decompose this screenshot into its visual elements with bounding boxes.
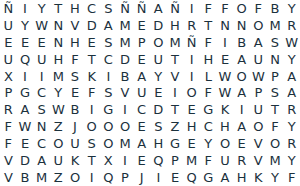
grid-cell-r10c14[interactable]: U — [217, 152, 234, 169]
grid-cell-r2c1[interactable]: U — [0, 17, 17, 34]
grid-cell-r5c10[interactable]: Y — [150, 68, 167, 85]
grid-cell-r10c5[interactable]: K — [67, 152, 84, 169]
grid-cell-r10c18[interactable]: Y — [283, 152, 300, 169]
grid-cell-r4c17[interactable]: N — [267, 51, 284, 68]
grid-cell-r1c6[interactable]: C — [83, 0, 100, 17]
grid-cell-r8c18[interactable]: Y — [283, 118, 300, 135]
grid-cell-r7c3[interactable]: S — [33, 101, 50, 118]
grid-cell-r5c5[interactable]: S — [67, 68, 84, 85]
grid-cell-r3c15[interactable]: B — [233, 34, 250, 51]
grid-cell-r10c4[interactable]: U — [50, 152, 67, 169]
grid-cell-r8c12[interactable]: H — [183, 118, 200, 135]
grid-cell-r1c15[interactable]: O — [233, 0, 250, 17]
grid-cell-r6c7[interactable]: S — [100, 85, 117, 102]
grid-cell-r2c15[interactable]: N — [233, 17, 250, 34]
grid-cell-r5c16[interactable]: W — [250, 68, 267, 85]
grid-cell-r6c3[interactable]: C — [33, 85, 50, 102]
grid-cell-r11c13[interactable]: G — [200, 169, 217, 186]
grid-cell-r4c14[interactable]: E — [217, 51, 234, 68]
grid-cell-r6c17[interactable]: S — [267, 85, 284, 102]
grid-cell-r1c17[interactable]: B — [267, 0, 284, 17]
grid-cell-r4c7[interactable]: C — [100, 51, 117, 68]
grid-cell-r6c13[interactable]: F — [200, 85, 217, 102]
grid-cell-r3c11[interactable]: M — [167, 34, 184, 51]
grid-cell-r11c17[interactable]: Y — [267, 169, 284, 186]
grid-cell-r3c18[interactable]: W — [283, 34, 300, 51]
grid-cell-r7c13[interactable]: G — [200, 101, 217, 118]
grid-cell-r4c12[interactable]: I — [183, 51, 200, 68]
grid-cell-r9c4[interactable]: O — [50, 135, 67, 152]
grid-cell-r7c15[interactable]: I — [233, 101, 250, 118]
grid-cell-r1c5[interactable]: H — [67, 0, 84, 17]
grid-cell-r2c2[interactable]: Y — [17, 17, 34, 34]
grid-cell-r10c11[interactable]: P — [167, 152, 184, 169]
grid-cell-r8c5[interactable]: J — [67, 118, 84, 135]
grid-cell-r2c10[interactable]: D — [150, 17, 167, 34]
grid-cell-r2c3[interactable]: W — [33, 17, 50, 34]
grid-cell-r3c9[interactable]: P — [133, 34, 150, 51]
grid-cell-r9c16[interactable]: V — [250, 135, 267, 152]
grid-cell-r3c17[interactable]: S — [267, 34, 284, 51]
grid-cell-r11c4[interactable]: Z — [50, 169, 67, 186]
grid-cell-r4c4[interactable]: H — [50, 51, 67, 68]
grid-cell-r9c6[interactable]: S — [83, 135, 100, 152]
grid-cell-r3c12[interactable]: Ñ — [183, 34, 200, 51]
grid-cell-r6c4[interactable]: Y — [50, 85, 67, 102]
grid-cell-r9c14[interactable]: O — [217, 135, 234, 152]
grid-cell-r9c5[interactable]: U — [67, 135, 84, 152]
grid-cell-r5c7[interactable]: I — [100, 68, 117, 85]
grid-cell-r8c16[interactable]: O — [250, 118, 267, 135]
word-search-board: ÑIYTHCSÑÑAÑIFFOFBYUYWNVDAMEDHRTNNOMREEEN… — [0, 0, 300, 186]
grid-cell-r11c10[interactable]: I — [150, 169, 167, 186]
grid-cell-r5c17[interactable]: P — [267, 68, 284, 85]
grid-cell-r6c5[interactable]: E — [67, 85, 84, 102]
grid-cell-r11c18[interactable]: F — [283, 169, 300, 186]
grid-cell-r1c14[interactable]: F — [217, 0, 234, 17]
grid-cell-r11c12[interactable]: Q — [183, 169, 200, 186]
grid-cell-r1c11[interactable]: Ñ — [167, 0, 184, 17]
grid-cell-r4c15[interactable]: A — [233, 51, 250, 68]
grid-cell-r8c6[interactable]: O — [83, 118, 100, 135]
grid-cell-r9c7[interactable]: O — [100, 135, 117, 152]
grid-cell-r1c13[interactable]: F — [200, 0, 217, 17]
grid-cell-r10c3[interactable]: A — [33, 152, 50, 169]
grid-cell-r8c13[interactable]: C — [200, 118, 217, 135]
grid-cell-r4c8[interactable]: D — [117, 51, 134, 68]
grid-cell-r3c4[interactable]: N — [50, 34, 67, 51]
grid-cell-r2c18[interactable]: R — [283, 17, 300, 34]
grid-cell-r7c4[interactable]: W — [50, 101, 67, 118]
grid-cell-r4c5[interactable]: F — [67, 51, 84, 68]
grid-cell-r1c12[interactable]: I — [183, 0, 200, 17]
grid-cell-r7c1[interactable]: R — [0, 101, 17, 118]
grid-cell-r9c15[interactable]: E — [233, 135, 250, 152]
grid-cell-r9c10[interactable]: H — [150, 135, 167, 152]
grid-cell-r6c1[interactable]: P — [0, 85, 17, 102]
grid-cell-r9c17[interactable]: O — [267, 135, 284, 152]
grid-cell-r3c14[interactable]: I — [217, 34, 234, 51]
grid-cell-r6c15[interactable]: A — [233, 85, 250, 102]
grid-cell-r7c6[interactable]: I — [83, 101, 100, 118]
grid-cell-r5c6[interactable]: K — [83, 68, 100, 85]
grid-cell-r6c16[interactable]: P — [250, 85, 267, 102]
grid-cell-r9c18[interactable]: R — [283, 135, 300, 152]
grid-cell-r6c2[interactable]: G — [17, 85, 34, 102]
grid-cell-r2c12[interactable]: R — [183, 17, 200, 34]
grid-cell-r9c9[interactable]: A — [133, 135, 150, 152]
grid-cell-r10c16[interactable]: V — [250, 152, 267, 169]
grid-cell-r1c10[interactable]: A — [150, 0, 167, 17]
grid-cell-r7c8[interactable]: I — [117, 101, 134, 118]
grid-cell-r5c11[interactable]: V — [167, 68, 184, 85]
grid-cell-r4c18[interactable]: Y — [283, 51, 300, 68]
grid-cell-r5c8[interactable]: B — [117, 68, 134, 85]
grid-cell-r1c4[interactable]: T — [50, 0, 67, 17]
grid-cell-r6c11[interactable]: I — [167, 85, 184, 102]
grid-cell-r5c13[interactable]: L — [200, 68, 217, 85]
grid-cell-r1c1[interactable]: Ñ — [0, 0, 17, 17]
grid-cell-r10c2[interactable]: D — [17, 152, 34, 169]
grid-cell-r5c9[interactable]: A — [133, 68, 150, 85]
grid-cell-r1c2[interactable]: I — [17, 0, 34, 17]
grid-cell-r9c12[interactable]: E — [183, 135, 200, 152]
grid-cell-r4c9[interactable]: E — [133, 51, 150, 68]
grid-cell-r2c5[interactable]: V — [67, 17, 84, 34]
grid-cell-r4c13[interactable]: H — [200, 51, 217, 68]
grid-cell-r11c15[interactable]: H — [233, 169, 250, 186]
grid-cell-r11c6[interactable]: I — [83, 169, 100, 186]
grid-cell-r10c1[interactable]: V — [0, 152, 17, 169]
grid-cell-r11c8[interactable]: P — [117, 169, 134, 186]
grid-cell-r11c14[interactable]: A — [217, 169, 234, 186]
grid-cell-r3c2[interactable]: E — [17, 34, 34, 51]
grid-cell-r10c10[interactable]: Q — [150, 152, 167, 169]
grid-cell-r11c3[interactable]: M — [33, 169, 50, 186]
grid-cell-r8c3[interactable]: N — [33, 118, 50, 135]
grid-cell-r5c3[interactable]: I — [33, 68, 50, 85]
grid-cell-r7c2[interactable]: A — [17, 101, 34, 118]
grid-cell-r4c11[interactable]: T — [167, 51, 184, 68]
grid-cell-r3c13[interactable]: F — [200, 34, 217, 51]
grid-cell-r11c1[interactable]: V — [0, 169, 17, 186]
grid-cell-r10c7[interactable]: X — [100, 152, 117, 169]
grid-cell-r11c2[interactable]: B — [17, 169, 34, 186]
grid-cell-r3c8[interactable]: M — [117, 34, 134, 51]
grid-cell-r2c17[interactable]: M — [267, 17, 284, 34]
grid-cell-r5c4[interactable]: M — [50, 68, 67, 85]
grid-cell-r3c3[interactable]: E — [33, 34, 50, 51]
grid-cell-r7c18[interactable]: R — [283, 101, 300, 118]
grid-cell-r8c4[interactable]: Z — [50, 118, 67, 135]
grid-cell-r8c17[interactable]: F — [267, 118, 284, 135]
grid-cell-r2c8[interactable]: M — [117, 17, 134, 34]
grid-cell-r2c9[interactable]: E — [133, 17, 150, 34]
grid-cell-r6c12[interactable]: O — [183, 85, 200, 102]
grid-cell-r8c7[interactable]: O — [100, 118, 117, 135]
grid-cell-r10c12[interactable]: M — [183, 152, 200, 169]
grid-cell-r4c1[interactable]: U — [0, 51, 17, 68]
grid-cell-r2c16[interactable]: O — [250, 17, 267, 34]
grid-cell-r10c17[interactable]: M — [267, 152, 284, 169]
grid-cell-r11c5[interactable]: O — [67, 169, 84, 186]
grid-cell-r7c9[interactable]: C — [133, 101, 150, 118]
grid-cell-r5c12[interactable]: I — [183, 68, 200, 85]
grid-cell-r9c3[interactable]: C — [33, 135, 50, 152]
grid-cell-r8c15[interactable]: A — [233, 118, 250, 135]
grid-cell-r8c10[interactable]: S — [150, 118, 167, 135]
grid-cell-r6c6[interactable]: F — [83, 85, 100, 102]
grid-cell-r10c15[interactable]: R — [233, 152, 250, 169]
grid-cell-r5c14[interactable]: W — [217, 68, 234, 85]
grid-cell-r4c16[interactable]: U — [250, 51, 267, 68]
grid-cell-r1c8[interactable]: Ñ — [117, 0, 134, 17]
grid-cell-r10c8[interactable]: I — [117, 152, 134, 169]
grid-cell-r3c10[interactable]: O — [150, 34, 167, 51]
grid-cell-r9c1[interactable]: F — [0, 135, 17, 152]
grid-cell-r6c8[interactable]: V — [117, 85, 134, 102]
grid-cell-r6c14[interactable]: W — [217, 85, 234, 102]
grid-cell-r7c17[interactable]: T — [267, 101, 284, 118]
grid-cell-r2c14[interactable]: N — [217, 17, 234, 34]
grid-cell-r2c13[interactable]: T — [200, 17, 217, 34]
grid-cell-r5c1[interactable]: X — [0, 68, 17, 85]
grid-cell-r1c18[interactable]: Y — [283, 0, 300, 17]
grid-cell-r8c8[interactable]: O — [117, 118, 134, 135]
grid-cell-r9c2[interactable]: E — [17, 135, 34, 152]
grid-cell-r9c13[interactable]: Y — [200, 135, 217, 152]
grid-cell-r11c11[interactable]: E — [167, 169, 184, 186]
grid-cell-r2c11[interactable]: H — [167, 17, 184, 34]
grid-cell-r10c9[interactable]: E — [133, 152, 150, 169]
grid-cell-r1c3[interactable]: Y — [33, 0, 50, 17]
grid-cell-r9c8[interactable]: M — [117, 135, 134, 152]
grid-cell-r11c16[interactable]: K — [250, 169, 267, 186]
grid-cell-r5c2[interactable]: I — [17, 68, 34, 85]
grid-cell-r3c7[interactable]: S — [100, 34, 117, 51]
grid-cell-r7c10[interactable]: D — [150, 101, 167, 118]
grid-cell-r7c7[interactable]: G — [100, 101, 117, 118]
grid-cell-r11c7[interactable]: Q — [100, 169, 117, 186]
grid-cell-r1c9[interactable]: Ñ — [133, 0, 150, 17]
grid-cell-r6c10[interactable]: E — [150, 85, 167, 102]
grid-cell-r5c18[interactable]: A — [283, 68, 300, 85]
grid-cell-r1c7[interactable]: S — [100, 0, 117, 17]
grid-cell-r2c7[interactable]: A — [100, 17, 117, 34]
grid-cell-r7c11[interactable]: T — [167, 101, 184, 118]
grid-cell-r8c11[interactable]: Z — [167, 118, 184, 135]
grid-cell-r3c16[interactable]: A — [250, 34, 267, 51]
grid-cell-r6c9[interactable]: U — [133, 85, 150, 102]
grid-cell-r3c5[interactable]: H — [67, 34, 84, 51]
grid-cell-r2c6[interactable]: D — [83, 17, 100, 34]
grid-cell-r4c6[interactable]: T — [83, 51, 100, 68]
grid-cell-r5c15[interactable]: O — [233, 68, 250, 85]
grid-cell-r7c5[interactable]: B — [67, 101, 84, 118]
grid-cell-r9c11[interactable]: G — [167, 135, 184, 152]
grid-cell-r3c1[interactable]: E — [0, 34, 17, 51]
grid-cell-r3c6[interactable]: E — [83, 34, 100, 51]
grid-cell-r8c14[interactable]: H — [217, 118, 234, 135]
grid-cell-r4c3[interactable]: U — [33, 51, 50, 68]
grid-cell-r7c16[interactable]: U — [250, 101, 267, 118]
grid-cell-r4c2[interactable]: Q — [17, 51, 34, 68]
grid-cell-r10c6[interactable]: T — [83, 152, 100, 169]
grid-cell-r11c9[interactable]: J — [133, 169, 150, 186]
grid-cell-r6c18[interactable]: A — [283, 85, 300, 102]
grid-cell-r1c16[interactable]: F — [250, 0, 267, 17]
grid-cell-r8c2[interactable]: W — [17, 118, 34, 135]
grid-cell-r8c1[interactable]: F — [0, 118, 17, 135]
grid-cell-r7c14[interactable]: K — [217, 101, 234, 118]
grid-cell-r8c9[interactable]: E — [133, 118, 150, 135]
grid-cell-r10c13[interactable]: F — [200, 152, 217, 169]
grid-cell-r2c4[interactable]: N — [50, 17, 67, 34]
grid-cell-r4c10[interactable]: U — [150, 51, 167, 68]
grid-cell-r7c12[interactable]: E — [183, 101, 200, 118]
